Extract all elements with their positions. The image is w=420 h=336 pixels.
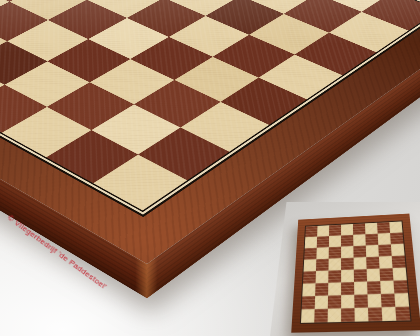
square-f6 <box>366 245 379 257</box>
square-g1 <box>382 307 397 321</box>
square-e7 <box>353 234 366 246</box>
inlay-line-outer <box>0 0 420 217</box>
square-e5 <box>354 257 367 269</box>
square-h3 <box>393 280 408 293</box>
square-h8 <box>389 221 402 233</box>
square-h4 <box>393 268 407 281</box>
inset-playing-field <box>301 221 410 323</box>
square-b5 <box>316 259 329 271</box>
square-c6 <box>329 247 341 259</box>
square-c1 <box>328 308 342 322</box>
square-c5 <box>328 258 341 270</box>
square-a8 <box>305 226 317 237</box>
square-f5 <box>366 257 379 270</box>
square-c4 <box>328 270 341 283</box>
square-d5 <box>341 258 354 270</box>
square-b6 <box>316 247 328 259</box>
square-g8 <box>377 222 390 234</box>
square-e1 <box>354 308 368 322</box>
inset-inlay-line <box>300 221 412 324</box>
square-a2 <box>302 296 315 309</box>
square-a1 <box>301 309 315 323</box>
square-g5 <box>379 256 393 269</box>
inlay-line-light <box>0 0 420 215</box>
square-f4 <box>367 269 381 282</box>
inset-board-frame <box>291 214 420 333</box>
square-a7 <box>305 237 317 249</box>
square-c2 <box>328 295 341 309</box>
square-d1 <box>341 308 355 322</box>
square-e4 <box>354 269 367 282</box>
square-b1 <box>314 309 328 323</box>
product-photo: © Vliegerbedrijf 'de Paddestoel' <box>0 0 420 336</box>
square-f8 <box>365 223 378 235</box>
square-b4 <box>316 271 329 284</box>
square-f2 <box>368 294 382 308</box>
square-h2 <box>394 293 409 307</box>
square-d3 <box>341 282 354 295</box>
square-c8 <box>329 225 341 236</box>
square-g3 <box>380 281 394 294</box>
square-d4 <box>341 270 354 283</box>
inset-photo <box>270 202 420 336</box>
inlay-line-inner <box>0 0 420 212</box>
square-b2 <box>315 296 328 309</box>
square-e6 <box>353 245 366 257</box>
square-d8 <box>341 224 353 235</box>
square-b8 <box>317 225 329 236</box>
square-d2 <box>341 295 354 309</box>
square-c3 <box>328 282 341 295</box>
square-h7 <box>390 232 403 244</box>
inset-chessboard <box>291 214 420 333</box>
square-g7 <box>378 233 391 245</box>
square-h6 <box>391 244 405 256</box>
square-f7 <box>365 234 378 246</box>
square-g6 <box>378 244 391 256</box>
square-c7 <box>329 235 341 247</box>
square-d6 <box>341 246 354 258</box>
square-e2 <box>354 294 368 308</box>
playing-field <box>0 0 420 210</box>
square-e3 <box>354 282 367 295</box>
square-b7 <box>317 236 329 248</box>
square-d7 <box>341 235 353 247</box>
square-g2 <box>381 294 395 308</box>
square-b3 <box>315 283 328 296</box>
square-a4 <box>303 271 316 284</box>
square-g4 <box>380 268 394 281</box>
square-a5 <box>304 259 317 271</box>
square-f1 <box>368 307 382 321</box>
square-a6 <box>304 248 317 260</box>
square-h1 <box>395 307 410 321</box>
square-a3 <box>302 283 315 296</box>
square-f3 <box>367 281 381 294</box>
square-h5 <box>392 255 406 268</box>
square-e8 <box>353 223 365 234</box>
